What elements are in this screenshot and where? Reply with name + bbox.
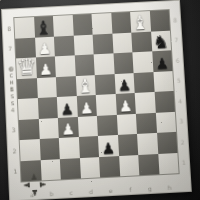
square-f6	[113, 52, 134, 73]
white-queen-icon: ♛	[16, 55, 36, 79]
logo-pawn-icon: ♟	[31, 188, 39, 197]
rank-label-3: 3	[9, 120, 19, 141]
square-b4	[37, 97, 57, 118]
black-pawn-icon: ♟	[114, 78, 134, 94]
square-h4	[154, 91, 175, 112]
square-b2	[39, 138, 60, 160]
square-e5	[95, 74, 116, 95]
square-h5	[153, 71, 174, 92]
rank-label-8: 8	[4, 18, 14, 39]
white-bishop-icon: ♝	[75, 76, 95, 96]
square-d4: ♟	[76, 95, 97, 116]
file-label-d: d	[81, 187, 101, 195]
square-f4: ♟	[115, 93, 136, 114]
square-a3	[19, 119, 39, 141]
rank-label-8: 8	[171, 10, 180, 30]
square-a6: ♛	[16, 57, 36, 78]
square-f8	[111, 12, 131, 33]
black-pawn-icon: ♟	[98, 140, 118, 156]
file-label-c: c	[61, 189, 81, 197]
square-h7: ♞	[151, 30, 172, 51]
square-d8	[72, 14, 92, 35]
square-h6: ♟	[152, 50, 173, 71]
rank-label-2: 2	[10, 140, 20, 161]
square-e8	[92, 13, 112, 34]
file-label-f: f	[120, 185, 140, 193]
rank-label-7: 7	[172, 30, 181, 51]
square-a2	[20, 139, 41, 161]
white-pawn-icon: ♟	[77, 100, 97, 116]
square-c8	[53, 15, 73, 36]
photo-background: ♝♝♟♞♛♟♟♝♟♟♟♟♟♟ abcdefgh 87654321 8765432…	[0, 0, 200, 200]
square-c6	[55, 55, 75, 76]
square-g2	[137, 133, 158, 155]
square-d2	[78, 136, 99, 158]
square-e6	[94, 53, 114, 74]
file-label-g: g	[140, 184, 160, 192]
white-pawn-icon: ♟	[36, 62, 56, 78]
square-c2	[59, 137, 80, 159]
white-bishop-icon: ♝	[130, 13, 150, 33]
rank-label-1: 1	[179, 152, 188, 173]
square-d3	[77, 115, 98, 137]
square-f2	[117, 134, 138, 156]
white-pawn-icon: ♟	[116, 98, 136, 114]
black-pawn-icon: ♟	[152, 56, 172, 72]
square-f7	[112, 32, 132, 53]
square-f1	[119, 155, 140, 177]
square-a5	[17, 78, 37, 99]
square-d6	[74, 54, 94, 75]
rank-label-2: 2	[178, 131, 187, 152]
board-grid: ♝♝♟♞♛♟♟♝♟♟♟♟♟♟	[14, 10, 178, 181]
square-b7: ♟	[35, 36, 55, 57]
square-e4	[96, 94, 117, 115]
square-h3	[155, 111, 176, 133]
square-c7	[54, 35, 74, 56]
rank-label-6: 6	[173, 50, 182, 71]
brand-mark: ◎ CHESS	[6, 64, 17, 107]
square-g4	[135, 92, 156, 113]
square-h2	[157, 132, 178, 154]
rank-label-7: 7	[5, 38, 15, 59]
square-a7	[15, 37, 35, 58]
square-b3	[38, 117, 59, 139]
square-e7	[93, 33, 113, 54]
square-f5: ♟	[114, 73, 135, 94]
logo-pawn-icon: ♟	[37, 181, 45, 189]
square-e3	[97, 114, 118, 136]
rank-label-1: 1	[11, 161, 21, 182]
rank-label-4: 4	[176, 90, 185, 111]
square-d7	[73, 34, 93, 55]
rank-label-5: 5	[174, 70, 183, 91]
white-pawn-icon: ♟	[35, 42, 55, 58]
rank-label-3: 3	[177, 111, 186, 132]
square-g5	[134, 72, 155, 93]
square-e2: ♟	[98, 135, 119, 157]
chess-board: ♝♝♟♞♛♟♟♝♟♟♟♟♟♟ abcdefgh 87654321 8765432…	[1, 0, 192, 200]
square-a4	[18, 98, 38, 119]
square-f3	[116, 113, 137, 135]
square-g3	[136, 112, 157, 134]
black-pawn-icon: ♟	[57, 101, 77, 117]
dust-speckles	[0, 0, 1, 1]
square-h1	[158, 152, 179, 174]
square-c4: ♟	[57, 96, 78, 117]
circle-logo-icon: ◎	[6, 64, 15, 71]
logo-pawn-icon: ♟	[23, 181, 31, 189]
square-e1	[99, 156, 120, 178]
square-c5	[56, 76, 76, 97]
square-g7	[131, 31, 152, 52]
square-g6	[132, 51, 153, 72]
white-pawn-icon: ♟	[58, 122, 78, 138]
square-b6: ♟	[35, 56, 55, 77]
file-label-e: e	[101, 186, 121, 194]
brand-text: CHESS	[8, 72, 16, 107]
square-d5: ♝	[75, 75, 95, 96]
black-knight-icon: ♞	[151, 33, 171, 52]
square-g1	[138, 154, 159, 176]
square-a8	[14, 17, 34, 38]
square-c1	[60, 158, 81, 180]
four-pawn-diamond-icon: ♟♟♟♟	[23, 173, 46, 196]
square-h8	[149, 10, 170, 31]
square-b5	[36, 77, 56, 98]
square-g8: ♝	[130, 11, 150, 32]
black-bishop-icon: ♝	[34, 18, 54, 38]
square-b8: ♝	[34, 16, 54, 37]
square-c3: ♟	[58, 116, 79, 138]
file-label-h: h	[160, 183, 180, 191]
square-d1	[79, 157, 100, 179]
